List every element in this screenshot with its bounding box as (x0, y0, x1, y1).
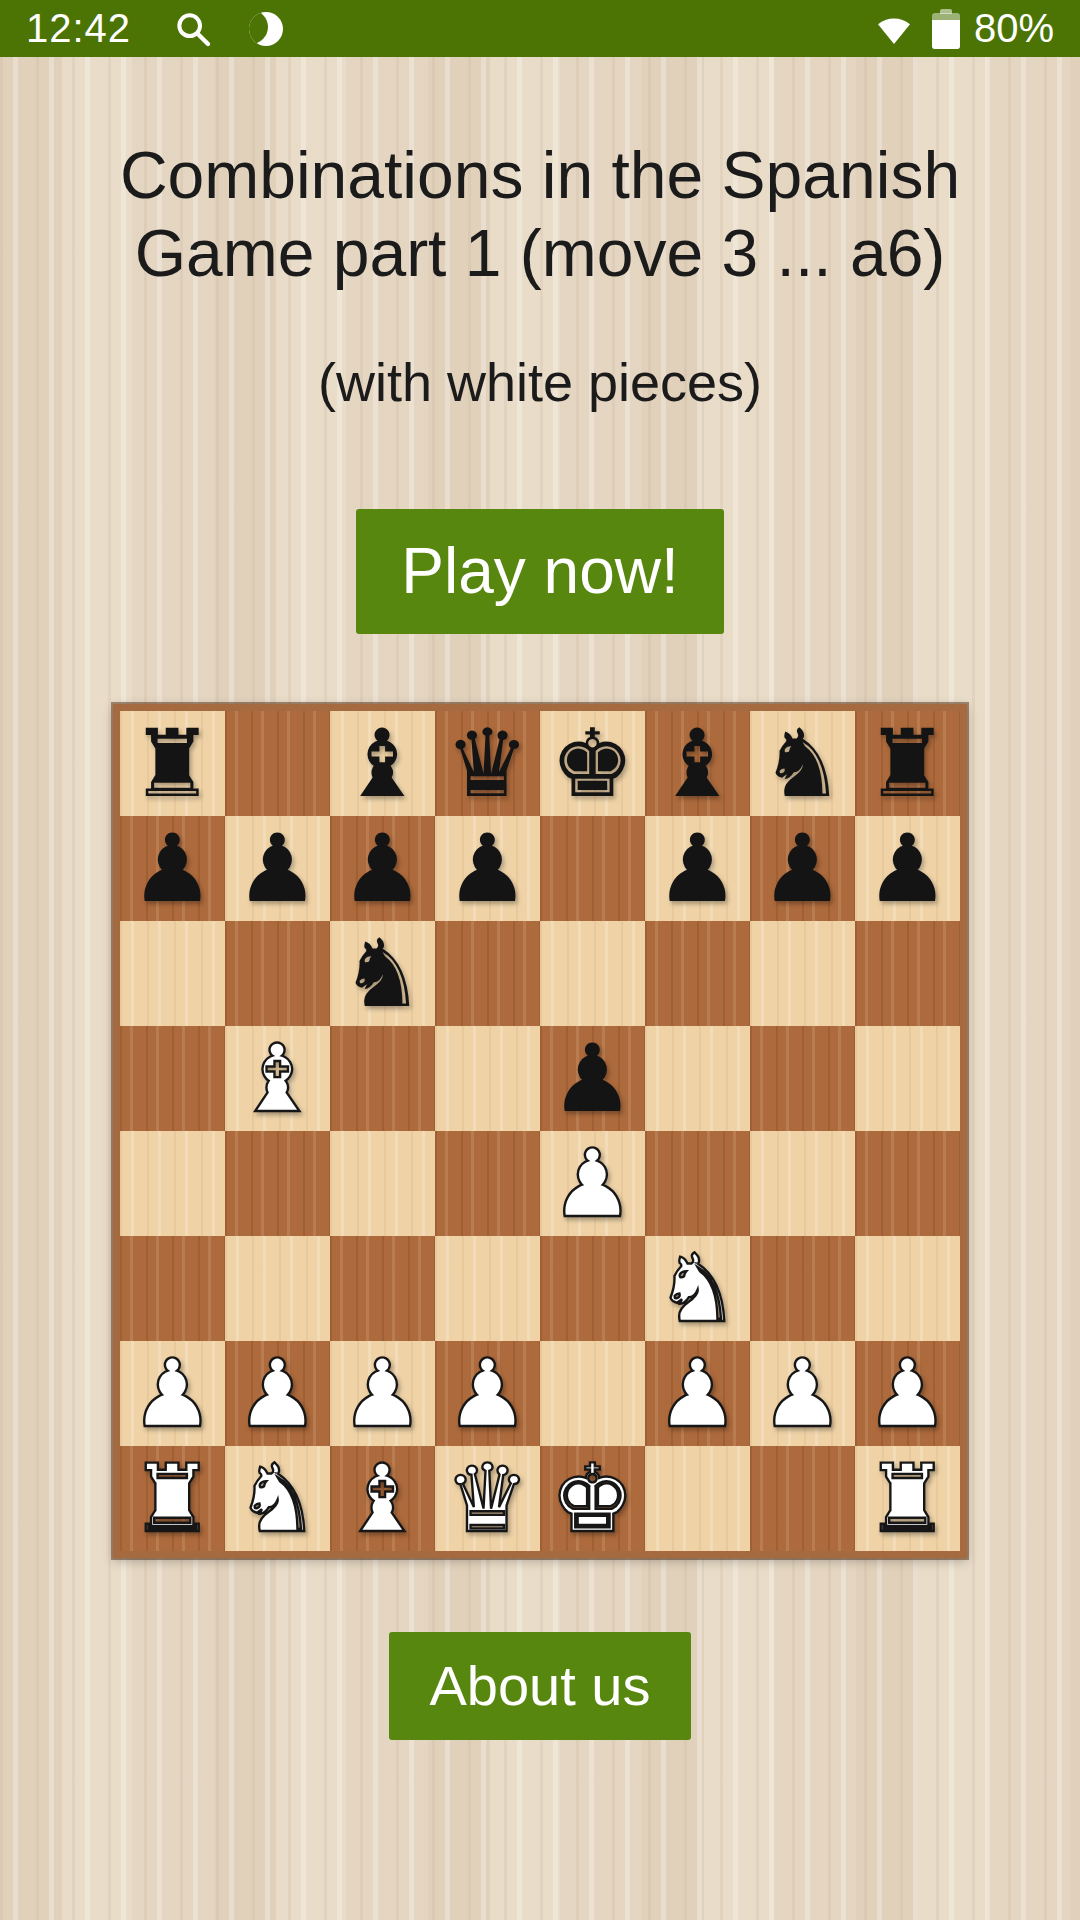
square-e5[interactable]: ♟ (540, 1026, 645, 1131)
piece-black-king: ♚ (550, 711, 634, 816)
piece-black-knight: ♞ (340, 921, 424, 1026)
piece-black-pawn: ♟ (130, 816, 214, 921)
square-g7[interactable]: ♟ (750, 816, 855, 921)
square-h4[interactable] (855, 1131, 960, 1236)
piece-white-rook: ♜ (865, 1446, 949, 1551)
chess-board: ♜♝♛♚♝♞♜♟♟♟♟♟♟♟♞♝♟♟♞♟♟♟♟♟♟♟♜♞♝♛♚♜ (113, 704, 967, 1558)
status-right-cluster: 80% (874, 6, 1054, 51)
piece-white-pawn: ♟ (760, 1341, 844, 1446)
battery-percent: 80% (974, 6, 1054, 51)
moon-icon (249, 12, 283, 46)
wifi-icon (874, 9, 914, 49)
square-f1[interactable] (645, 1446, 750, 1551)
square-c5[interactable] (330, 1026, 435, 1131)
piece-white-pawn: ♟ (550, 1131, 634, 1236)
square-e6[interactable] (540, 921, 645, 1026)
square-f3[interactable]: ♞ (645, 1236, 750, 1341)
square-f7[interactable]: ♟ (645, 816, 750, 921)
about-us-button[interactable]: About us (389, 1632, 691, 1740)
square-c8[interactable]: ♝ (330, 711, 435, 816)
square-a4[interactable] (120, 1131, 225, 1236)
status-time: 12:42 (26, 6, 131, 51)
piece-white-pawn: ♟ (130, 1341, 214, 1446)
square-h6[interactable] (855, 921, 960, 1026)
square-a6[interactable] (120, 921, 225, 1026)
square-g1[interactable] (750, 1446, 855, 1551)
square-h2[interactable]: ♟ (855, 1341, 960, 1446)
piece-white-king: ♚ (550, 1446, 634, 1551)
piece-black-pawn: ♟ (235, 816, 319, 921)
square-g3[interactable] (750, 1236, 855, 1341)
piece-white-bishop: ♝ (340, 1446, 424, 1551)
square-c4[interactable] (330, 1131, 435, 1236)
square-d3[interactable] (435, 1236, 540, 1341)
square-e8[interactable]: ♚ (540, 711, 645, 816)
square-b5[interactable]: ♝ (225, 1026, 330, 1131)
square-b3[interactable] (225, 1236, 330, 1341)
piece-black-knight: ♞ (760, 711, 844, 816)
square-d2[interactable]: ♟ (435, 1341, 540, 1446)
app-screen: 12:42 80% Combinations in the Spanish Ga… (0, 0, 1080, 1920)
square-d5[interactable] (435, 1026, 540, 1131)
piece-white-pawn: ♟ (445, 1341, 529, 1446)
square-h5[interactable] (855, 1026, 960, 1131)
square-c6[interactable]: ♞ (330, 921, 435, 1026)
square-b6[interactable] (225, 921, 330, 1026)
piece-white-knight: ♞ (235, 1446, 319, 1551)
piece-black-bishop: ♝ (655, 711, 739, 816)
piece-black-queen: ♛ (445, 711, 529, 816)
square-h8[interactable]: ♜ (855, 711, 960, 816)
square-b7[interactable]: ♟ (225, 816, 330, 921)
square-h3[interactable] (855, 1236, 960, 1341)
square-a2[interactable]: ♟ (120, 1341, 225, 1446)
square-f4[interactable] (645, 1131, 750, 1236)
square-g8[interactable]: ♞ (750, 711, 855, 816)
square-b8[interactable] (225, 711, 330, 816)
search-icon (173, 9, 213, 49)
square-d8[interactable]: ♛ (435, 711, 540, 816)
square-c2[interactable]: ♟ (330, 1341, 435, 1446)
square-e2[interactable] (540, 1341, 645, 1446)
square-d7[interactable]: ♟ (435, 816, 540, 921)
square-c1[interactable]: ♝ (330, 1446, 435, 1551)
square-b4[interactable] (225, 1131, 330, 1236)
square-a5[interactable] (120, 1026, 225, 1131)
piece-white-pawn: ♟ (235, 1341, 319, 1446)
square-h7[interactable]: ♟ (855, 816, 960, 921)
square-a7[interactable]: ♟ (120, 816, 225, 921)
square-a8[interactable]: ♜ (120, 711, 225, 816)
status-bar: 12:42 80% (0, 0, 1080, 57)
piece-white-pawn: ♟ (655, 1341, 739, 1446)
piece-white-pawn: ♟ (340, 1341, 424, 1446)
square-f6[interactable] (645, 921, 750, 1026)
square-g4[interactable] (750, 1131, 855, 1236)
piece-white-knight: ♞ (655, 1236, 739, 1341)
battery-icon (932, 9, 960, 49)
piece-black-bishop: ♝ (340, 711, 424, 816)
square-g6[interactable] (750, 921, 855, 1026)
piece-black-pawn: ♟ (445, 816, 529, 921)
piece-black-rook: ♜ (865, 711, 949, 816)
piece-black-pawn: ♟ (655, 816, 739, 921)
square-d6[interactable] (435, 921, 540, 1026)
square-f2[interactable]: ♟ (645, 1341, 750, 1446)
square-e1[interactable]: ♚ (540, 1446, 645, 1551)
square-c7[interactable]: ♟ (330, 816, 435, 921)
square-b1[interactable]: ♞ (225, 1446, 330, 1551)
piece-white-pawn: ♟ (865, 1341, 949, 1446)
piece-black-pawn: ♟ (550, 1026, 634, 1131)
square-e7[interactable] (540, 816, 645, 921)
square-c3[interactable] (330, 1236, 435, 1341)
square-d1[interactable]: ♛ (435, 1446, 540, 1551)
piece-black-pawn: ♟ (760, 816, 844, 921)
piece-white-bishop: ♝ (235, 1026, 319, 1131)
square-h1[interactable]: ♜ (855, 1446, 960, 1551)
square-d4[interactable] (435, 1131, 540, 1236)
square-a1[interactable]: ♜ (120, 1446, 225, 1551)
piece-black-pawn: ♟ (865, 816, 949, 921)
piece-white-rook: ♜ (130, 1446, 214, 1551)
square-b2[interactable]: ♟ (225, 1341, 330, 1446)
square-f5[interactable] (645, 1026, 750, 1131)
square-e4[interactable]: ♟ (540, 1131, 645, 1236)
square-g5[interactable] (750, 1026, 855, 1131)
page-subtitle: (with white pieces) (318, 351, 762, 413)
square-a3[interactable] (120, 1236, 225, 1341)
play-now-button[interactable]: Play now! (356, 509, 724, 634)
square-f8[interactable]: ♝ (645, 711, 750, 816)
piece-black-rook: ♜ (130, 711, 214, 816)
square-g2[interactable]: ♟ (750, 1341, 855, 1446)
page-title: Combinations in the Spanish Game part 1 … (45, 137, 1035, 293)
piece-white-queen: ♛ (445, 1446, 529, 1551)
piece-black-pawn: ♟ (340, 816, 424, 921)
square-e3[interactable] (540, 1236, 645, 1341)
